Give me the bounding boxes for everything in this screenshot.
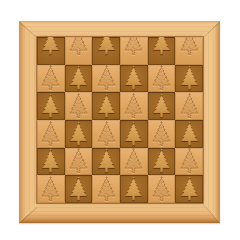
- square-r6c1[interactable]: [37, 175, 65, 203]
- square-r5c1[interactable]: [37, 148, 65, 176]
- square-r1c1[interactable]: [37, 37, 65, 65]
- christmas-tree-icon: [67, 121, 90, 147]
- christmas-tree-icon: [122, 176, 145, 202]
- square-r6c6[interactable]: [175, 175, 203, 203]
- square-r4c1[interactable]: [37, 120, 65, 148]
- christmas-tree-icon: [122, 93, 145, 119]
- board-grid: [37, 37, 203, 203]
- square-r5c6[interactable]: [175, 148, 203, 176]
- frame-bottom: [19, 203, 220, 223]
- christmas-tree-icon: [95, 37, 118, 56]
- square-r1c3[interactable]: [92, 37, 120, 65]
- square-r6c5[interactable]: [148, 175, 176, 203]
- christmas-tree-icon: [67, 148, 90, 174]
- square-r4c3[interactable]: [92, 120, 120, 148]
- square-r3c5[interactable]: [148, 92, 176, 120]
- wooden-chess-board: [19, 21, 220, 223]
- christmas-tree-icon: [39, 93, 62, 119]
- christmas-tree-icon: [95, 121, 118, 147]
- christmas-tree-icon: [95, 93, 118, 119]
- square-r5c3[interactable]: [92, 148, 120, 176]
- square-r4c4[interactable]: [120, 120, 148, 148]
- square-r4c2[interactable]: [65, 120, 93, 148]
- square-r1c4[interactable]: [120, 37, 148, 65]
- square-r3c4[interactable]: [120, 92, 148, 120]
- christmas-tree-icon: [122, 148, 145, 174]
- christmas-tree-icon: [39, 121, 62, 147]
- christmas-tree-icon: [178, 93, 201, 119]
- frame-left: [19, 21, 37, 223]
- square-r2c2[interactable]: [65, 65, 93, 93]
- square-r6c3[interactable]: [92, 175, 120, 203]
- christmas-tree-icon: [122, 65, 145, 91]
- christmas-tree-icon: [122, 121, 145, 147]
- square-r6c2[interactable]: [65, 175, 93, 203]
- square-r2c5[interactable]: [148, 65, 176, 93]
- square-r3c3[interactable]: [92, 92, 120, 120]
- square-r3c2[interactable]: [65, 92, 93, 120]
- christmas-tree-icon: [39, 37, 62, 56]
- christmas-tree-icon: [150, 176, 173, 202]
- christmas-tree-icon: [95, 65, 118, 91]
- christmas-tree-icon: [67, 93, 90, 119]
- christmas-tree-icon: [150, 37, 173, 56]
- christmas-tree-icon: [150, 148, 173, 174]
- christmas-tree-icon: [178, 121, 201, 147]
- christmas-tree-icon: [178, 65, 201, 91]
- christmas-tree-icon: [67, 176, 90, 202]
- christmas-tree-icon: [39, 176, 62, 202]
- square-r4c6[interactable]: [175, 120, 203, 148]
- christmas-tree-icon: [67, 37, 90, 56]
- square-r2c1[interactable]: [37, 65, 65, 93]
- square-r2c3[interactable]: [92, 65, 120, 93]
- square-r3c1[interactable]: [37, 92, 65, 120]
- square-r5c2[interactable]: [65, 148, 93, 176]
- christmas-tree-icon: [39, 148, 62, 174]
- christmas-tree-icon: [178, 176, 201, 202]
- square-r1c6[interactable]: [175, 37, 203, 65]
- christmas-tree-icon: [95, 148, 118, 174]
- square-r1c5[interactable]: [148, 37, 176, 65]
- christmas-tree-icon: [150, 65, 173, 91]
- christmas-tree-icon: [122, 37, 145, 56]
- square-r4c5[interactable]: [148, 120, 176, 148]
- square-r5c4[interactable]: [120, 148, 148, 176]
- christmas-tree-icon: [39, 65, 62, 91]
- christmas-tree-icon: [150, 121, 173, 147]
- square-r5c5[interactable]: [148, 148, 176, 176]
- christmas-tree-icon: [150, 93, 173, 119]
- square-r2c6[interactable]: [175, 65, 203, 93]
- frame-top: [19, 21, 220, 37]
- christmas-tree-icon: [178, 37, 201, 56]
- square-r1c2[interactable]: [65, 37, 93, 65]
- square-r2c4[interactable]: [120, 65, 148, 93]
- christmas-tree-icon: [67, 65, 90, 91]
- christmas-tree-icon: [95, 176, 118, 202]
- square-r3c6[interactable]: [175, 92, 203, 120]
- frame-right: [203, 21, 220, 223]
- christmas-tree-icon: [178, 148, 201, 174]
- square-r6c4[interactable]: [120, 175, 148, 203]
